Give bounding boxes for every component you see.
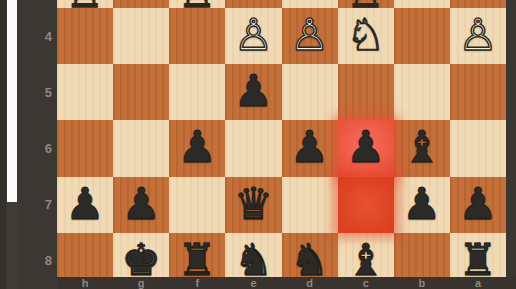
square-h4[interactable] [57, 8, 113, 64]
piece-black-rook: ♜ [458, 238, 497, 282]
square-b7[interactable]: ♟ [394, 177, 450, 233]
piece-black-queen: ♛ [234, 182, 273, 226]
piece-black-pawn: ♟ [121, 182, 160, 226]
square-h5[interactable] [57, 64, 113, 120]
piece-white-pawn: ♙ [234, 13, 273, 57]
square-d6[interactable]: ♟ [282, 120, 338, 176]
file-label-f: f [169, 277, 225, 289]
square-e7[interactable]: ♛ [225, 177, 281, 233]
square-e4[interactable]: ♙ [225, 8, 281, 64]
piece-white-piece-partial: ♖ [169, 0, 225, 8]
square-e5[interactable]: ♟ [225, 64, 281, 120]
rank-label-8: 8 [32, 233, 52, 289]
piece-black-pawn: ♟ [346, 125, 385, 169]
piece-black-knight: ♞ [234, 238, 273, 282]
square-a4[interactable]: ♙ [450, 8, 506, 64]
square-d5[interactable] [282, 64, 338, 120]
left-strip-shadow [7, 202, 17, 289]
file-label-b: b [394, 277, 450, 289]
piece-black-pawn: ♟ [402, 182, 441, 226]
piece-white-piece-partial: ♖ [338, 0, 394, 8]
square-g7[interactable]: ♟ [113, 177, 169, 233]
square-h6[interactable] [57, 120, 113, 176]
square-e3[interactable] [225, 0, 281, 8]
rank-label-7: 7 [32, 177, 52, 233]
square-h3[interactable]: ♖ [57, 0, 113, 8]
file-label-c: c [338, 277, 394, 289]
square-f7[interactable] [169, 177, 225, 233]
square-g4[interactable] [113, 8, 169, 64]
piece-black-pawn: ♟ [290, 125, 329, 169]
piece-black-pawn: ♟ [458, 182, 497, 226]
square-a6[interactable] [450, 120, 506, 176]
square-c4[interactable]: ♘ [338, 8, 394, 64]
piece-white-pawn: ♙ [290, 13, 329, 57]
left-white-strip [7, 0, 17, 202]
square-d7[interactable] [282, 177, 338, 233]
piece-white-pawn: ♙ [458, 13, 497, 57]
square-b6[interactable]: ♝ [394, 120, 450, 176]
square-b4[interactable] [394, 8, 450, 64]
square-f3[interactable]: ♖ [169, 0, 225, 8]
square-c7[interactable] [338, 177, 394, 233]
piece-black-knight: ♞ [290, 238, 329, 282]
file-label-g: g [113, 277, 169, 289]
file-coordinates-bar: hgfedcba [57, 277, 516, 289]
piece-black-pawn: ♟ [178, 125, 217, 169]
square-b5[interactable] [394, 64, 450, 120]
piece-white-knight: ♘ [346, 13, 385, 57]
piece-black-pawn: ♟ [65, 182, 104, 226]
piece-black-bishop: ♝ [346, 238, 385, 282]
square-f6[interactable]: ♟ [169, 120, 225, 176]
file-label-d: d [282, 277, 338, 289]
square-a5[interactable] [450, 64, 506, 120]
piece-black-pawn: ♟ [234, 69, 273, 113]
square-c5[interactable] [338, 64, 394, 120]
video-frame: 45678 ♖♖♖♙♙♘♙♟♟♟♟♝♟♟♛♟♟♚♜♞♞♝♜ hgfedcba [0, 0, 516, 289]
square-d4[interactable]: ♙ [282, 8, 338, 64]
rank-coordinates-sidebar: 45678 [0, 0, 57, 289]
right-edge-strip [506, 0, 516, 289]
rank-label-5: 5 [32, 64, 52, 120]
rank-label-6: 6 [32, 120, 52, 176]
piece-black-king: ♚ [121, 238, 160, 282]
square-a3[interactable] [450, 0, 506, 8]
rank-label-4: 4 [32, 8, 52, 64]
file-label-h: h [57, 277, 113, 289]
square-f4[interactable] [169, 8, 225, 64]
square-a7[interactable]: ♟ [450, 177, 506, 233]
square-g6[interactable] [113, 120, 169, 176]
piece-black-bishop: ♝ [402, 125, 441, 169]
square-e6[interactable] [225, 120, 281, 176]
square-c3[interactable]: ♖ [338, 0, 394, 8]
square-c6[interactable]: ♟ [338, 120, 394, 176]
piece-white-piece-partial: ♖ [57, 0, 113, 8]
left-edge-strip [0, 0, 6, 289]
square-g3[interactable] [113, 0, 169, 8]
file-label-a: a [450, 277, 506, 289]
file-label-e: e [225, 277, 281, 289]
square-f5[interactable] [169, 64, 225, 120]
square-d3[interactable] [282, 0, 338, 8]
chess-board: ♖♖♖♙♙♘♙♟♟♟♟♝♟♟♛♟♟♚♜♞♞♝♜ [57, 0, 506, 289]
square-h7[interactable]: ♟ [57, 177, 113, 233]
piece-black-rook: ♜ [178, 238, 217, 282]
square-b3[interactable] [394, 0, 450, 8]
square-g5[interactable] [113, 64, 169, 120]
